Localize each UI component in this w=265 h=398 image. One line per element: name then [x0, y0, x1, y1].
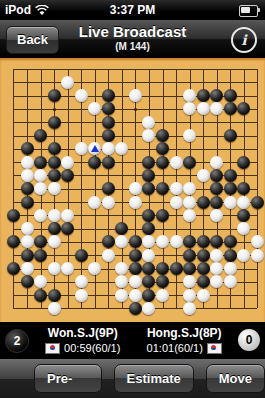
black-stone — [224, 102, 237, 115]
white-stone — [129, 182, 142, 195]
black-captures-badge: 2 — [5, 329, 29, 353]
white-stone — [21, 262, 34, 275]
white-stone — [183, 129, 196, 142]
black-stone — [197, 89, 210, 102]
black-stone — [129, 249, 142, 262]
white-stone — [21, 169, 34, 182]
black-stone — [156, 209, 169, 222]
white-stone — [210, 249, 223, 262]
black-player-name: Won.S.J(9P) — [32, 326, 134, 340]
white-stone — [210, 156, 223, 169]
black-stone — [142, 289, 155, 302]
black-stone — [142, 169, 155, 182]
black-stone — [237, 209, 250, 222]
move-number-subtitle: (M 144) — [0, 41, 265, 52]
white-stone — [183, 302, 196, 315]
white-stone — [88, 262, 101, 275]
black-stone — [115, 222, 128, 235]
black-stone — [197, 275, 210, 288]
white-stone — [197, 102, 210, 115]
move-button[interactable]: Move — [206, 364, 265, 393]
white-stone — [183, 89, 196, 102]
white-captures-badge: 0 — [238, 329, 260, 351]
white-stone — [129, 89, 142, 102]
black-stone — [224, 249, 237, 262]
black-stone — [34, 235, 47, 248]
black-stone — [129, 262, 142, 275]
white-stone — [251, 235, 264, 248]
black-stone — [129, 235, 142, 248]
white-stone — [210, 209, 223, 222]
white-stone — [115, 289, 128, 302]
white-stone — [115, 142, 128, 155]
black-stone — [34, 289, 47, 302]
black-stone — [197, 235, 210, 248]
white-stone — [34, 275, 47, 288]
white-stone — [102, 142, 115, 155]
go-board[interactable] — [0, 58, 265, 322]
white-player-panel: Hong.S.J(8P) 01:01(60/1) — [134, 322, 236, 358]
white-stone — [183, 196, 196, 209]
white-stone — [224, 196, 237, 209]
black-stone — [21, 249, 34, 262]
last-move-marker — [91, 145, 99, 152]
black-stone — [102, 156, 115, 169]
white-stone — [142, 129, 155, 142]
white-stone — [102, 196, 115, 209]
black-stone — [102, 116, 115, 129]
white-stone — [197, 289, 210, 302]
white-stone — [61, 156, 74, 169]
white-stone — [237, 249, 250, 262]
info-icon[interactable]: i — [231, 27, 257, 53]
black-stone — [224, 89, 237, 102]
white-stone — [34, 169, 47, 182]
black-stone — [224, 129, 237, 142]
black-stone — [197, 262, 210, 275]
black-stone — [34, 249, 47, 262]
black-stone — [102, 102, 115, 115]
white-stone — [197, 169, 210, 182]
black-stone — [61, 169, 74, 182]
white-stone — [21, 235, 34, 248]
black-stone — [75, 249, 88, 262]
black-stone — [183, 262, 196, 275]
black-stone — [224, 169, 237, 182]
black-stone — [48, 116, 61, 129]
nav-bar: Back Live Broadcast (M 144) i — [0, 20, 265, 59]
black-stone — [48, 142, 61, 155]
player-info-bar: 2 Won.S.J(9P) 00:59(60/1) Hong.S.J(8P) 0… — [0, 322, 265, 358]
black-stone — [156, 156, 169, 169]
black-stone — [156, 262, 169, 275]
white-player-time: 01:01(60/1) — [147, 342, 203, 354]
black-stone — [183, 249, 196, 262]
black-stone — [88, 156, 101, 169]
black-stone — [48, 156, 61, 169]
black-stone — [129, 302, 142, 315]
white-stone — [115, 275, 128, 288]
black-stone — [102, 182, 115, 195]
black-stone — [142, 222, 155, 235]
white-stone — [115, 235, 128, 248]
app-screen: iPod 3:37 PM Back Live Broadcast (M 144)… — [0, 0, 265, 398]
black-stone — [142, 209, 155, 222]
black-stone — [7, 209, 20, 222]
white-stone — [48, 209, 61, 222]
black-stone — [7, 235, 20, 248]
white-stone — [210, 102, 223, 115]
black-stone — [21, 275, 34, 288]
white-stone — [21, 222, 34, 235]
black-stone — [142, 262, 155, 275]
white-stone — [210, 262, 223, 275]
white-stone — [75, 89, 88, 102]
white-stone — [183, 102, 196, 115]
white-stone — [61, 76, 74, 89]
black-stone — [197, 249, 210, 262]
black-stone — [7, 262, 20, 275]
white-stone — [129, 275, 142, 288]
black-stone — [142, 275, 155, 288]
black-stone — [237, 156, 250, 169]
black-stone — [224, 182, 237, 195]
white-stone — [34, 182, 47, 195]
black-stone — [170, 262, 183, 275]
black-stone — [224, 235, 237, 248]
white-stone — [142, 302, 155, 315]
battery-icon — [239, 5, 260, 15]
white-stone — [183, 182, 196, 195]
white-stone — [142, 116, 155, 129]
black-stone — [156, 129, 169, 142]
status-bar: iPod 3:37 PM — [0, 0, 265, 20]
black-player-panel: Won.S.J(9P) 00:59(60/1) — [32, 322, 134, 358]
white-stone — [34, 209, 47, 222]
white-stone — [156, 289, 169, 302]
white-stone — [48, 262, 61, 275]
white-stone — [237, 196, 250, 209]
black-stone — [48, 169, 61, 182]
white-stone — [183, 289, 196, 302]
black-stone — [251, 196, 264, 209]
white-stone — [88, 102, 101, 115]
white-stone — [210, 275, 223, 288]
black-stone — [34, 129, 47, 142]
black-stone — [210, 89, 223, 102]
black-stone — [102, 129, 115, 142]
black-stone — [34, 156, 47, 169]
white-stone — [224, 275, 237, 288]
white-stone — [48, 182, 61, 195]
white-stone — [170, 182, 183, 195]
white-stone — [142, 235, 155, 248]
white-stone — [170, 235, 183, 248]
black-stone — [142, 156, 155, 169]
white-stone — [170, 156, 183, 169]
white-stone — [224, 262, 237, 275]
black-stone — [21, 142, 34, 155]
white-stone — [183, 209, 196, 222]
white-stone — [61, 209, 74, 222]
white-stone — [88, 196, 101, 209]
black-stone — [197, 196, 210, 209]
white-stone — [48, 235, 61, 248]
white-stone — [48, 302, 61, 315]
korea-flag-icon — [45, 343, 60, 354]
white-stone — [75, 289, 88, 302]
black-stone — [210, 169, 223, 182]
black-stone — [156, 142, 169, 155]
white-stone — [251, 249, 264, 262]
black-stone — [102, 235, 115, 248]
white-stone — [21, 156, 34, 169]
black-stone — [210, 196, 223, 209]
black-stone — [237, 182, 250, 195]
black-stone — [48, 289, 61, 302]
white-player-name: Hong.S.J(8P) — [134, 326, 236, 340]
board-grid — [0, 58, 265, 322]
black-stone — [21, 182, 34, 195]
estimate-button[interactable]: Estimate — [114, 364, 194, 393]
black-stone — [183, 235, 196, 248]
black-stone — [210, 235, 223, 248]
black-stone — [156, 182, 169, 195]
white-stone — [75, 142, 88, 155]
black-stone — [48, 89, 61, 102]
black-stone — [210, 182, 223, 195]
white-stone — [170, 196, 183, 209]
white-stone — [129, 289, 142, 302]
white-stone — [156, 235, 169, 248]
bottom-toolbar: Pre-play Estimate Move — [0, 358, 265, 398]
clock: 3:37 PM — [0, 3, 265, 17]
page-title: Live Broadcast — [0, 23, 265, 40]
black-stone — [183, 156, 196, 169]
black-stone — [102, 89, 115, 102]
white-stone — [183, 275, 196, 288]
black-stone — [21, 196, 34, 209]
black-player-time: 00:59(60/1) — [64, 342, 120, 354]
black-stone — [156, 275, 169, 288]
black-stone — [48, 222, 61, 235]
white-stone — [237, 222, 250, 235]
white-stone — [142, 249, 155, 262]
white-stone — [61, 262, 74, 275]
black-stone — [142, 182, 155, 195]
black-stone — [237, 102, 250, 115]
white-stone — [102, 249, 115, 262]
white-stone — [75, 275, 88, 288]
pre-play-button[interactable]: Pre-play — [34, 364, 102, 393]
white-stone — [129, 196, 142, 209]
white-stone — [115, 262, 128, 275]
black-stone — [61, 222, 74, 235]
korea-flag-icon — [207, 343, 222, 354]
